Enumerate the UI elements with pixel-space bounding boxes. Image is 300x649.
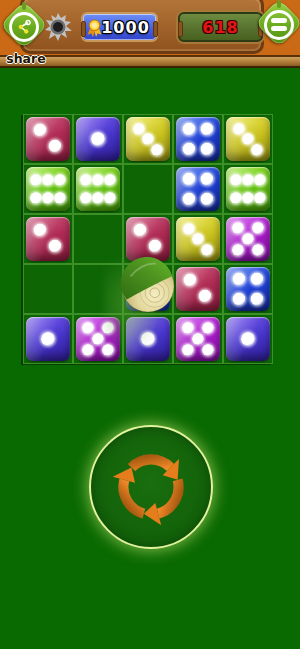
pip — [91, 132, 105, 146]
pip — [200, 173, 213, 186]
cell-r5c1[interactable] — [23, 314, 73, 364]
pip — [201, 244, 213, 256]
pip — [183, 223, 195, 235]
pip — [33, 123, 46, 136]
rotate-button[interactable] — [89, 425, 213, 549]
pip — [198, 289, 211, 302]
pip — [142, 133, 154, 145]
cell-r5c5[interactable] — [223, 314, 273, 364]
pip — [182, 344, 194, 356]
die-indigo-1 — [26, 317, 70, 361]
pip — [202, 344, 214, 356]
pip — [104, 192, 116, 204]
pip — [241, 332, 255, 346]
cell-r4c4[interactable] — [173, 264, 223, 314]
pip — [233, 123, 245, 135]
pip — [92, 174, 104, 186]
pip — [48, 239, 61, 252]
cell-r1c5[interactable] — [223, 114, 273, 164]
coin-value: 618 — [180, 14, 261, 40]
pip — [82, 344, 94, 356]
cell-r5c4[interactable] — [173, 314, 223, 364]
die-blue-4 — [176, 117, 220, 161]
pip — [200, 142, 213, 155]
pip — [104, 174, 116, 186]
pip — [41, 332, 55, 346]
pip — [33, 223, 46, 236]
pip — [233, 273, 246, 286]
pip — [183, 123, 196, 136]
cell-r1c3[interactable] — [123, 114, 173, 164]
pip — [133, 123, 145, 135]
pip — [250, 292, 263, 305]
pip — [250, 273, 263, 286]
pip — [242, 192, 254, 204]
pip — [242, 233, 254, 245]
pip — [133, 223, 146, 236]
cell-r3c2[interactable] — [73, 214, 123, 264]
pip — [232, 222, 244, 234]
leaf-stem — [277, 0, 281, 8]
die-green-6 — [26, 167, 70, 211]
cell-r2c2[interactable] — [73, 164, 123, 214]
pip — [254, 192, 266, 204]
cell-r1c2[interactable] — [73, 114, 123, 164]
pip — [233, 292, 246, 305]
die-yellow-3 — [126, 117, 170, 161]
pip — [82, 322, 94, 334]
pip — [230, 192, 242, 204]
pip — [183, 273, 196, 286]
die-red-2 — [176, 267, 220, 311]
pip — [183, 173, 196, 186]
die-indigo-1 — [76, 117, 120, 161]
cell-r1c1[interactable] — [23, 114, 73, 164]
leaf-stem — [22, 2, 26, 10]
pip — [30, 174, 42, 186]
pip — [192, 233, 204, 245]
score-value: 1000 — [83, 14, 156, 40]
pip — [252, 244, 264, 256]
pip — [242, 133, 254, 145]
pip — [30, 192, 42, 204]
cell-r4c5[interactable] — [223, 264, 273, 314]
pip — [200, 123, 213, 136]
pip — [42, 192, 54, 204]
share-label: share — [0, 51, 52, 66]
pip — [232, 244, 244, 256]
cell-r3c1[interactable] — [23, 214, 73, 264]
pip — [242, 174, 254, 186]
pip — [183, 142, 196, 155]
pip — [183, 192, 196, 205]
cell-r2c1[interactable] — [23, 164, 73, 214]
pip — [251, 144, 263, 156]
bonus-ball[interactable] — [119, 257, 177, 315]
pip — [252, 222, 264, 234]
pip — [92, 192, 104, 204]
die-yellow-3 — [176, 217, 220, 261]
die-green-6 — [226, 167, 270, 211]
pip — [151, 144, 163, 156]
pip — [200, 192, 213, 205]
pip — [192, 333, 204, 345]
share-icon — [15, 18, 33, 36]
die-red-2 — [26, 217, 70, 261]
pip — [182, 322, 194, 334]
pip — [42, 174, 54, 186]
die-blue-4 — [176, 167, 220, 211]
die-purple-5 — [176, 317, 220, 361]
pip — [202, 322, 214, 334]
menu-icon — [269, 17, 289, 33]
rotate-arrows-icon — [105, 441, 197, 533]
cell-r2c5[interactable] — [223, 164, 273, 214]
pip — [54, 174, 66, 186]
cell-r2c4[interactable] — [173, 164, 223, 214]
cell-r3c5[interactable] — [223, 214, 273, 264]
die-red-2 — [26, 117, 70, 161]
score-banner: 1000 — [81, 12, 158, 42]
top-bar: share 1000 618 — [0, 0, 300, 68]
dice-board — [23, 114, 273, 364]
die-indigo-1 — [226, 317, 270, 361]
pip — [254, 174, 266, 186]
die-green-6 — [76, 167, 120, 211]
share-button[interactable] — [0, 2, 48, 54]
bullet-hole-icon — [44, 11, 72, 43]
die-yellow-3 — [226, 117, 270, 161]
cell-r4c1[interactable] — [23, 264, 73, 314]
die-blue-4 — [226, 267, 270, 311]
pip — [54, 192, 66, 204]
pip — [48, 139, 61, 152]
die-red-2 — [126, 217, 170, 261]
pip — [80, 174, 92, 186]
cell-r2c3[interactable] — [123, 164, 173, 214]
menu-button[interactable] — [255, 0, 300, 52]
pip — [80, 192, 92, 204]
die-purple-5 — [226, 217, 270, 261]
pip — [230, 174, 242, 186]
pip — [148, 239, 161, 252]
coin-banner: 618 — [178, 12, 263, 42]
cell-r1c4[interactable] — [173, 114, 223, 164]
cell-r3c4[interactable] — [173, 214, 223, 264]
